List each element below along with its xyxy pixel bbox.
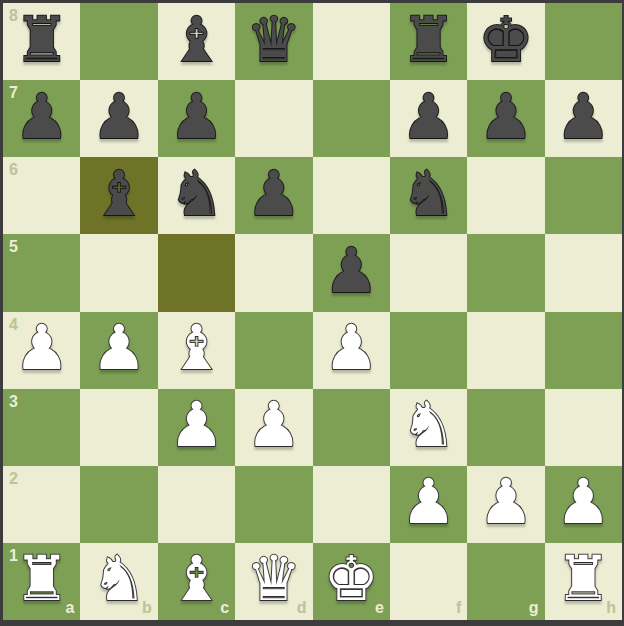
square-e6[interactable] — [313, 157, 390, 234]
square-b6[interactable]: ♝ — [80, 157, 157, 234]
square-a2[interactable]: 2 — [3, 466, 80, 543]
square-a3[interactable]: 3 — [3, 389, 80, 466]
square-b1[interactable]: ♞b — [80, 543, 157, 620]
piece-white-pawn[interactable]: ♟ — [246, 394, 302, 456]
piece-white-pawn[interactable]: ♟ — [478, 471, 534, 533]
square-d3[interactable]: ♟ — [235, 389, 312, 466]
piece-black-rook[interactable]: ♜ — [401, 9, 457, 71]
square-a5[interactable]: 5 — [3, 234, 80, 311]
square-g8[interactable]: ♚ — [467, 3, 544, 80]
piece-black-pawn[interactable]: ♟ — [478, 86, 534, 148]
piece-black-pawn[interactable]: ♟ — [246, 163, 302, 225]
piece-white-king[interactable]: ♚ — [323, 548, 379, 610]
piece-black-bishop[interactable]: ♝ — [169, 9, 225, 71]
square-d8[interactable]: ♛ — [235, 3, 312, 80]
square-g2[interactable]: ♟ — [467, 466, 544, 543]
piece-white-pawn[interactable]: ♟ — [14, 317, 70, 379]
square-f4[interactable] — [390, 312, 467, 389]
square-h6[interactable] — [545, 157, 622, 234]
square-a4[interactable]: ♟4 — [3, 312, 80, 389]
square-c1[interactable]: ♝c — [158, 543, 235, 620]
square-e8[interactable] — [313, 3, 390, 80]
square-h1[interactable]: ♜h — [545, 543, 622, 620]
piece-black-pawn[interactable]: ♟ — [323, 240, 379, 302]
square-b8[interactable] — [80, 3, 157, 80]
piece-white-knight[interactable]: ♞ — [401, 394, 457, 456]
square-e1[interactable]: ♚e — [313, 543, 390, 620]
square-b2[interactable] — [80, 466, 157, 543]
square-e5[interactable]: ♟ — [313, 234, 390, 311]
piece-black-pawn[interactable]: ♟ — [169, 86, 225, 148]
square-h2[interactable]: ♟ — [545, 466, 622, 543]
square-c6[interactable]: ♞ — [158, 157, 235, 234]
square-f2[interactable]: ♟ — [390, 466, 467, 543]
piece-white-knight[interactable]: ♞ — [91, 548, 147, 610]
square-f1[interactable]: f — [390, 543, 467, 620]
square-g4[interactable] — [467, 312, 544, 389]
square-c3[interactable]: ♟ — [158, 389, 235, 466]
square-f7[interactable]: ♟ — [390, 80, 467, 157]
square-e2[interactable] — [313, 466, 390, 543]
rank-label-3: 3 — [9, 394, 18, 410]
piece-black-pawn[interactable]: ♟ — [91, 86, 147, 148]
square-h5[interactable] — [545, 234, 622, 311]
square-a6[interactable]: 6 — [3, 157, 80, 234]
square-c8[interactable]: ♝ — [158, 3, 235, 80]
piece-white-rook[interactable]: ♜ — [14, 548, 70, 610]
square-g7[interactable]: ♟ — [467, 80, 544, 157]
square-g5[interactable] — [467, 234, 544, 311]
square-b5[interactable] — [80, 234, 157, 311]
square-g3[interactable] — [467, 389, 544, 466]
square-b3[interactable] — [80, 389, 157, 466]
square-b4[interactable]: ♟ — [80, 312, 157, 389]
piece-black-queen[interactable]: ♛ — [246, 9, 302, 71]
square-f8[interactable]: ♜ — [390, 3, 467, 80]
piece-black-king[interactable]: ♚ — [478, 9, 534, 71]
rank-label-5: 5 — [9, 239, 18, 255]
piece-white-pawn[interactable]: ♟ — [401, 471, 457, 533]
piece-black-bishop[interactable]: ♝ — [91, 163, 147, 225]
rank-label-6: 6 — [9, 162, 18, 178]
square-f5[interactable] — [390, 234, 467, 311]
piece-white-rook[interactable]: ♜ — [556, 548, 612, 610]
piece-white-queen[interactable]: ♛ — [246, 548, 302, 610]
square-g6[interactable] — [467, 157, 544, 234]
square-b7[interactable]: ♟ — [80, 80, 157, 157]
square-h8[interactable] — [545, 3, 622, 80]
piece-white-pawn[interactable]: ♟ — [91, 317, 147, 379]
piece-black-rook[interactable]: ♜ — [14, 9, 70, 71]
file-label-f: f — [456, 600, 461, 616]
piece-white-pawn[interactable]: ♟ — [323, 317, 379, 379]
file-label-g: g — [529, 600, 539, 616]
square-c5[interactable] — [158, 234, 235, 311]
square-e4[interactable]: ♟ — [313, 312, 390, 389]
square-d6[interactable]: ♟ — [235, 157, 312, 234]
piece-white-bishop[interactable]: ♝ — [169, 317, 225, 379]
square-d2[interactable] — [235, 466, 312, 543]
piece-white-bishop[interactable]: ♝ — [169, 548, 225, 610]
square-f6[interactable]: ♞ — [390, 157, 467, 234]
square-d4[interactable] — [235, 312, 312, 389]
square-h4[interactable] — [545, 312, 622, 389]
square-f3[interactable]: ♞ — [390, 389, 467, 466]
square-d7[interactable] — [235, 80, 312, 157]
square-d5[interactable] — [235, 234, 312, 311]
square-a8[interactable]: ♜8 — [3, 3, 80, 80]
square-g1[interactable]: g — [467, 543, 544, 620]
board-frame: ♜8♝♛♜♚♟7♟♟♟♟♟6♝♞♟♞5♟♟4♟♝♟3♟♟♞2♟♟♟♜1a♞b♝c… — [0, 0, 624, 626]
square-e7[interactable] — [313, 80, 390, 157]
piece-black-pawn[interactable]: ♟ — [14, 86, 70, 148]
square-c2[interactable] — [158, 466, 235, 543]
square-d1[interactable]: ♛d — [235, 543, 312, 620]
square-h7[interactable]: ♟ — [545, 80, 622, 157]
piece-black-knight[interactable]: ♞ — [169, 163, 225, 225]
square-a7[interactable]: ♟7 — [3, 80, 80, 157]
square-c4[interactable]: ♝ — [158, 312, 235, 389]
chess-board[interactable]: ♜8♝♛♜♚♟7♟♟♟♟♟6♝♞♟♞5♟♟4♟♝♟3♟♟♞2♟♟♟♜1a♞b♝c… — [3, 3, 622, 620]
rank-label-2: 2 — [9, 471, 18, 487]
square-a1[interactable]: ♜1a — [3, 543, 80, 620]
piece-white-pawn[interactable]: ♟ — [169, 394, 225, 456]
piece-white-pawn[interactable]: ♟ — [556, 471, 612, 533]
piece-black-pawn[interactable]: ♟ — [556, 86, 612, 148]
square-e3[interactable] — [313, 389, 390, 466]
piece-black-pawn[interactable]: ♟ — [401, 86, 457, 148]
square-h3[interactable] — [545, 389, 622, 466]
square-c7[interactable]: ♟ — [158, 80, 235, 157]
piece-black-knight[interactable]: ♞ — [401, 163, 457, 225]
